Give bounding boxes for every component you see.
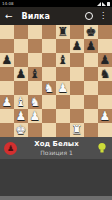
badge-pawn-icon: ♟	[7, 142, 14, 155]
square-f4[interactable]	[70, 81, 84, 95]
square-a5[interactable]	[0, 67, 14, 81]
overflow-menu-icon[interactable]: ⋮	[99, 7, 107, 25]
square-c4[interactable]	[28, 81, 42, 95]
timer-circle-icon[interactable]	[85, 12, 93, 20]
square-d4[interactable]: ♞	[42, 81, 56, 95]
square-g3[interactable]	[84, 95, 98, 109]
square-h8[interactable]	[98, 25, 112, 39]
bottom-panel: ♟ Ход Белых Позиция 1	[0, 137, 112, 200]
square-e3[interactable]	[56, 95, 70, 109]
square-d5[interactable]	[42, 67, 56, 81]
square-g8[interactable]: ♚	[84, 25, 98, 39]
square-g6[interactable]	[84, 53, 98, 67]
square-g5[interactable]	[84, 67, 98, 81]
square-a7[interactable]	[0, 39, 14, 53]
square-a2[interactable]	[0, 109, 14, 123]
square-b5[interactable]: ♟	[14, 67, 28, 81]
white-rook: ♜	[70, 123, 84, 137]
square-a3[interactable]: ♟	[0, 95, 14, 109]
hint-lightbulb-icon[interactable]	[96, 141, 108, 155]
square-e4[interactable]: ♟	[56, 81, 70, 95]
square-e7[interactable]	[56, 39, 70, 53]
square-c2[interactable]: ♟	[28, 109, 42, 123]
white-pawn: ♟	[0, 95, 14, 109]
turn-indicator: Ход Белых	[17, 140, 96, 148]
square-c5[interactable]: ♝	[28, 67, 42, 81]
white-pawn: ♟	[28, 109, 42, 123]
square-h5[interactable]: ♞	[98, 67, 112, 81]
square-f7[interactable]: ♟	[70, 39, 84, 53]
square-f5[interactable]	[70, 67, 84, 81]
square-h6[interactable]: ♟	[98, 53, 112, 67]
status-icons	[97, 2, 110, 6]
black-pawn: ♟	[70, 39, 84, 53]
square-h4[interactable]	[98, 81, 112, 95]
square-g7[interactable]: ♟	[84, 39, 98, 53]
black-pawn: ♟	[98, 53, 112, 67]
square-d1[interactable]	[42, 123, 56, 137]
square-a8[interactable]	[0, 25, 14, 39]
battery-icon	[107, 2, 110, 6]
app-bar: ← Вилка ⋮	[0, 7, 112, 25]
square-c7[interactable]	[28, 39, 42, 53]
square-e2[interactable]	[56, 109, 70, 123]
square-c6[interactable]	[28, 53, 42, 67]
square-d2[interactable]	[42, 109, 56, 123]
square-g2[interactable]	[84, 109, 98, 123]
chess-board: ♜♚♟♟♟♝♟♟♝♞♞♟♟♝♞♟♟♟♚♜	[0, 25, 112, 137]
clock-text: 14:08	[2, 0, 14, 7]
square-h3[interactable]	[98, 95, 112, 109]
square-b6[interactable]	[14, 53, 28, 67]
square-b3[interactable]: ♝	[14, 95, 28, 109]
square-d8[interactable]	[42, 25, 56, 39]
black-pawn: ♟	[0, 53, 14, 67]
square-f8[interactable]	[70, 25, 84, 39]
square-b4[interactable]	[14, 81, 28, 95]
panel-status: Ход Белых Позиция 1	[17, 140, 96, 156]
square-b2[interactable]: ♟	[14, 109, 28, 123]
square-d3[interactable]	[42, 95, 56, 109]
square-f3[interactable]	[70, 95, 84, 109]
black-pawn: ♟	[14, 67, 28, 81]
square-h2[interactable]: ♟	[98, 109, 112, 123]
square-f1[interactable]: ♜	[70, 123, 84, 137]
square-b8[interactable]	[14, 25, 28, 39]
square-g4[interactable]	[84, 81, 98, 95]
square-d7[interactable]	[42, 39, 56, 53]
status-bar: 14:08	[0, 0, 112, 7]
square-e5[interactable]	[56, 67, 70, 81]
square-g1[interactable]	[84, 123, 98, 137]
square-h7[interactable]	[98, 39, 112, 53]
square-a4[interactable]	[0, 81, 14, 95]
wifi-icon	[102, 2, 106, 6]
back-arrow-icon[interactable]: ←	[5, 7, 13, 25]
white-pawn: ♟	[56, 81, 70, 95]
square-f2[interactable]	[70, 109, 84, 123]
black-knight: ♞	[98, 67, 112, 81]
square-c1[interactable]	[28, 123, 42, 137]
square-a1[interactable]	[0, 123, 14, 137]
black-bishop: ♝	[28, 67, 42, 81]
red-badge[interactable]: ♟	[4, 142, 17, 155]
square-c3[interactable]: ♞	[28, 95, 42, 109]
square-e8[interactable]: ♜	[56, 25, 70, 39]
square-b7[interactable]	[14, 39, 28, 53]
white-knight: ♞	[42, 81, 56, 95]
white-bishop: ♝	[14, 95, 28, 109]
white-pawn: ♟	[98, 109, 112, 123]
black-king: ♚	[84, 25, 98, 39]
square-c8[interactable]	[28, 25, 42, 39]
white-knight: ♞	[28, 95, 42, 109]
square-d6[interactable]	[42, 53, 56, 67]
page-title: Вилка	[22, 12, 85, 21]
white-king: ♚	[14, 123, 28, 137]
position-number: Позиция 1	[17, 149, 96, 156]
square-a6[interactable]: ♟	[0, 53, 14, 67]
black-rook: ♜	[56, 25, 70, 39]
square-b1[interactable]: ♚	[14, 123, 28, 137]
square-h1[interactable]	[98, 123, 112, 137]
square-e6[interactable]: ♝	[56, 53, 70, 67]
bottom-strip	[0, 196, 112, 200]
app-screen: 14:08 ← Вилка ⋮ ♜♚♟♟♟♝♟♟♝♞♞♟♟♝♞♟♟♟♚♜ ♟ Х…	[0, 0, 112, 200]
signal-icon	[97, 2, 101, 6]
white-pawn: ♟	[14, 109, 28, 123]
square-f6[interactable]	[70, 53, 84, 67]
black-bishop: ♝	[56, 53, 70, 67]
square-e1[interactable]	[56, 123, 70, 137]
black-pawn: ♟	[84, 39, 98, 53]
panel-header: ♟ Ход Белых Позиция 1	[0, 137, 112, 159]
